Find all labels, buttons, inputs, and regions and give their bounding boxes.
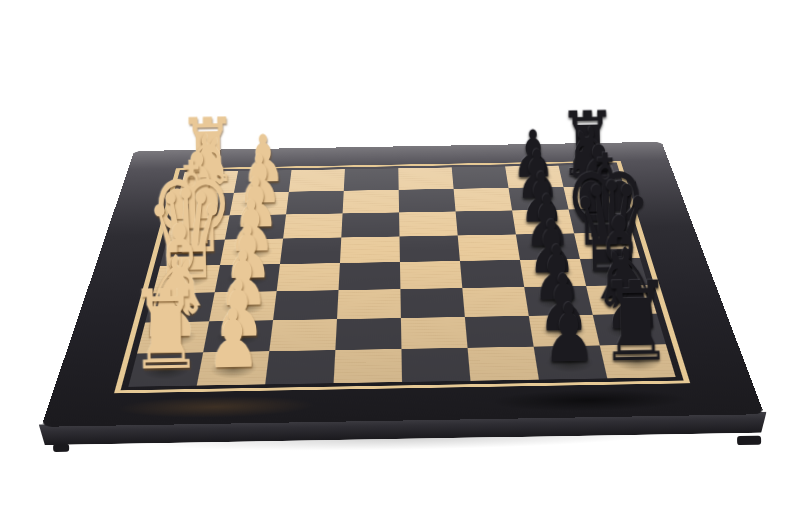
square-g6[interactable] — [454, 188, 512, 212]
square-h4[interactable] — [344, 168, 399, 190]
square-e6[interactable] — [458, 234, 520, 260]
square-b6[interactable] — [465, 316, 534, 348]
white-rook-a1[interactable]: ♜ — [128, 275, 204, 386]
square-a3[interactable] — [265, 350, 335, 384]
black-army-reflection — [489, 388, 692, 413]
square-b4[interactable] — [335, 318, 401, 350]
square-f5[interactable] — [399, 211, 458, 236]
white-pawn-a2[interactable]: ♟ — [205, 299, 261, 381]
square-e5[interactable] — [399, 235, 459, 262]
scene: ♜♟♟♜♞♟♟♞♝♟♟♝♚♟♟♚♛♟♟♛♝♟♟♝♞♟♟♞♜♟♟♜ — [0, 0, 800, 531]
square-h3[interactable] — [289, 169, 345, 191]
photo-backdrop: ♜♟♟♜♞♟♟♞♝♟♟♝♚♟♟♚♛♟♟♛♝♟♟♝♞♟♟♞♜♟♟♜ — [0, 0, 800, 531]
square-d4[interactable] — [339, 262, 401, 290]
square-d3[interactable] — [277, 263, 340, 291]
board-foot-right — [737, 436, 761, 445]
square-d5[interactable] — [400, 261, 462, 289]
black-rook-a8[interactable]: ♜ — [599, 267, 675, 378]
square-e4[interactable] — [340, 236, 400, 263]
square-b5[interactable] — [401, 317, 468, 349]
square-f3[interactable] — [283, 213, 342, 238]
square-c3[interactable] — [273, 290, 338, 320]
square-g5[interactable] — [399, 189, 456, 213]
square-f6[interactable] — [456, 210, 516, 235]
square-c5[interactable] — [400, 288, 464, 318]
square-c6[interactable] — [462, 287, 528, 317]
square-f4[interactable] — [341, 212, 399, 237]
square-g3[interactable] — [286, 191, 344, 215]
square-h5[interactable] — [398, 167, 453, 189]
square-h6[interactable] — [452, 166, 509, 188]
square-a5[interactable] — [401, 348, 470, 382]
white-army-reflection — [114, 394, 316, 419]
square-g4[interactable] — [343, 190, 400, 214]
square-a6[interactable] — [468, 347, 539, 381]
square-b3[interactable] — [269, 319, 337, 351]
square-a4[interactable] — [334, 349, 402, 383]
board-foot-left — [53, 444, 69, 452]
black-pawn-a7[interactable]: ♟ — [541, 293, 597, 375]
square-e3[interactable] — [280, 238, 341, 265]
square-d6[interactable] — [460, 260, 524, 288]
square-c4[interactable] — [337, 289, 401, 319]
